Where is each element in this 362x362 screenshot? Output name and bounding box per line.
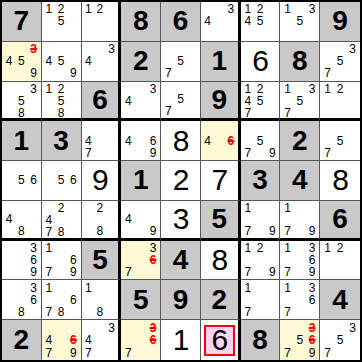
candidate-5: 5 [254, 95, 266, 107]
candidate-7: 7 [43, 306, 55, 318]
candidate-5: 5 [294, 15, 306, 27]
cell-r8c4[interactable]: 5 [121, 280, 161, 320]
solved-digit: 8 [211, 245, 227, 275]
solved-digit: 6 [252, 46, 268, 76]
cell-r7c5[interactable]: 4 [161, 241, 201, 281]
candidate-1: 1 [321, 83, 334, 95]
candidate-8: 8 [94, 306, 106, 318]
candidate-9: 9 [28, 266, 40, 278]
candidate-9: 9 [67, 266, 79, 278]
cell-r5c8[interactable]: 4 [280, 161, 320, 201]
cell-r7c3[interactable]: 5 [82, 241, 122, 281]
candidate-2: 2 [334, 83, 347, 95]
cell-r5c1[interactable]: 56 [2, 161, 42, 201]
given-digit: 2 [14, 326, 30, 354]
pencil-marks: 4679 [42, 320, 81, 360]
cell-r9c9[interactable]: 357 [320, 320, 360, 360]
candidate-8: 8 [15, 107, 27, 119]
cell-r6c7[interactable]: 179 [241, 201, 281, 241]
cell-r4c2[interactable]: 3 [42, 121, 82, 161]
cell-r6c5[interactable]: 3 [161, 201, 201, 241]
candidate-1: 1 [43, 3, 55, 15]
candidate-1: 1 [83, 3, 95, 15]
cell-r4c5[interactable]: 8 [161, 121, 201, 161]
candidate-7: 7 [242, 147, 254, 159]
pencil-marks: 12 [320, 82, 360, 119]
cell-r3c6[interactable]: 9 [201, 82, 241, 122]
candidate-1: 1 [242, 242, 254, 254]
given-digit: 2 [292, 127, 308, 155]
solved-digit: 7 [211, 165, 227, 195]
cell-r8c3[interactable]: 18 [82, 280, 122, 320]
candidate-9: 9 [147, 147, 159, 159]
candidate-6: 6 [28, 294, 40, 306]
given-digit: 3 [53, 127, 69, 155]
cell-r8c8[interactable]: 1367 [280, 280, 320, 320]
candidate-8: 8 [55, 226, 67, 238]
cell-r6c4[interactable]: 49 [121, 201, 161, 241]
candidate-4: 4 [122, 213, 134, 225]
pencil-marks: 369 [2, 241, 41, 280]
candidate-2: 2 [334, 242, 347, 254]
pencil-marks: 357 [320, 42, 360, 81]
cell-r7c1[interactable]: 369 [2, 241, 42, 281]
candidate-3: 3 [225, 3, 237, 15]
pencil-marks: 12 [320, 241, 360, 280]
solved-digit: 1 [173, 325, 189, 355]
cell-r5c7[interactable]: 3 [241, 161, 281, 201]
candidate-6: 6 [28, 174, 40, 186]
candidate-7: 7 [281, 225, 293, 237]
candidate-5: 5 [15, 95, 27, 107]
candidate-5: 5 [334, 135, 347, 147]
eliminated-candidate-6: 6 [147, 334, 159, 347]
cell-r2c8[interactable]: 8 [280, 42, 320, 82]
pencil-marks: 17 [241, 280, 280, 319]
candidate-5: 5 [174, 93, 186, 105]
cell-r9c8[interactable]: 35679 [280, 320, 320, 360]
given-digit: 2 [133, 47, 149, 75]
pencil-marks: 179 [280, 201, 319, 238]
given-digit: 6 [92, 86, 108, 114]
cell-r3c9[interactable]: 12 [320, 82, 360, 122]
solved-digit: 3 [173, 204, 189, 234]
cell-r8c6[interactable]: 2 [201, 280, 241, 320]
candidate-5: 5 [294, 334, 306, 347]
cell-r1c1[interactable]: 7 [2, 2, 42, 42]
pencil-marks: 57 [161, 42, 200, 81]
candidate-7: 7 [43, 226, 55, 238]
candidate-3: 3 [106, 43, 118, 55]
candidate-8: 8 [94, 225, 106, 237]
cell-r4c1[interactable]: 1 [2, 121, 42, 161]
candidate-5: 5 [294, 95, 306, 107]
given-digit: 6 [332, 205, 348, 233]
cell-r7c2[interactable]: 1679 [42, 241, 82, 281]
given-digit: 8 [292, 47, 308, 75]
candidate-9: 9 [306, 225, 318, 237]
cell-r1c4[interactable]: 8 [121, 2, 161, 42]
cell-r8c1[interactable]: 368 [2, 280, 42, 320]
candidate-8: 8 [55, 306, 67, 318]
candidate-1: 1 [43, 281, 55, 293]
candidate-8: 8 [55, 107, 67, 119]
candidate-3: 3 [306, 3, 318, 15]
candidate-7: 7 [83, 346, 95, 359]
candidate-9: 9 [266, 266, 278, 278]
pencil-marks: 56 [2, 161, 41, 200]
pencil-marks: 367 [121, 320, 160, 360]
cell-r8c7[interactable]: 17 [241, 280, 281, 320]
pencil-marks: 1679 [42, 241, 81, 280]
cell-r9c2[interactable]: 4679 [42, 320, 82, 360]
candidate-4: 4 [202, 135, 214, 147]
candidate-5: 5 [55, 174, 67, 186]
candidate-5: 5 [55, 95, 67, 107]
given-digit: 5 [92, 246, 108, 274]
candidate-1: 1 [242, 281, 254, 293]
pencil-marks: 12 [82, 2, 119, 41]
candidate-1: 1 [281, 3, 293, 15]
cell-r1c2[interactable]: 125 [42, 2, 82, 42]
solved-digit: 8 [173, 126, 189, 156]
cell-r9c5[interactable]: 1 [161, 320, 201, 360]
candidate-5: 5 [174, 55, 186, 67]
cell-r6c2[interactable]: 2478 [42, 201, 82, 241]
pencil-marks: 34 [201, 2, 238, 41]
cell-r1c9[interactable]: 9 [320, 2, 360, 42]
candidate-7: 7 [43, 266, 55, 278]
cell-r3c8[interactable]: 1357 [280, 82, 320, 122]
pencil-marks: 13679 [280, 241, 319, 280]
cell-r7c7[interactable]: 1279 [241, 241, 281, 281]
pencil-marks: 347 [82, 320, 119, 360]
candidate-6: 6 [67, 174, 79, 186]
candidate-1: 1 [242, 202, 254, 214]
cell-r8c9[interactable]: 4 [320, 280, 360, 320]
candidate-7: 7 [281, 266, 293, 278]
given-digit: 1 [14, 127, 30, 155]
candidate-7: 7 [83, 147, 95, 159]
sudoku-board: 7125128634124513593459459342571683573581… [0, 0, 362, 362]
candidate-7: 7 [162, 67, 174, 79]
candidate-7: 7 [281, 107, 293, 119]
candidate-4: 4 [43, 55, 55, 67]
given-digit: 1 [211, 47, 227, 75]
cell-r4c3[interactable]: 47 [82, 121, 122, 161]
given-digit: 3 [252, 166, 268, 194]
cell-r9c7[interactable]: 8 [241, 320, 281, 360]
candidate-3: 3 [306, 83, 318, 95]
eliminated-candidate-6: 6 [67, 334, 79, 347]
candidate-1: 1 [281, 242, 293, 254]
candidate-1: 1 [281, 83, 293, 95]
candidate-4: 4 [3, 213, 15, 225]
candidate-5: 5 [55, 15, 67, 27]
given-digit: 1 [133, 166, 149, 194]
candidate-5: 5 [334, 55, 347, 67]
candidate-8: 8 [15, 225, 27, 237]
pencil-marks: 46 [201, 121, 238, 160]
candidate-3: 3 [346, 43, 359, 55]
pencil-marks: 1367 [280, 280, 319, 319]
cell-r8c2[interactable]: 1678 [42, 280, 82, 320]
solved-digit: 2 [173, 165, 189, 195]
candidate-4: 4 [202, 15, 214, 27]
cell-r5c4[interactable]: 1 [121, 161, 161, 201]
cell-r7c4[interactable]: 367 [121, 241, 161, 281]
pencil-marks: 1279 [241, 241, 280, 280]
candidate-3: 3 [306, 281, 318, 293]
pencil-marks: 1245 [241, 2, 280, 41]
candidate-9: 9 [266, 147, 278, 159]
candidate-4: 4 [122, 135, 134, 147]
pencil-marks: 1678 [42, 280, 81, 319]
candidate-1: 1 [321, 242, 334, 254]
cell-r4c6[interactable]: 46 [201, 121, 241, 161]
pencil-marks: 56 [42, 161, 81, 200]
candidate-4: 4 [83, 135, 95, 147]
cell-r5c9[interactable]: 8 [320, 161, 360, 201]
candidate-9: 9 [306, 266, 318, 278]
given-digit: 9 [173, 286, 189, 314]
given-digit: 4 [173, 246, 189, 274]
pencil-marks: 135 [280, 2, 319, 41]
candidate-7: 7 [43, 346, 55, 359]
pencil-marks: 579 [241, 121, 280, 160]
given-digit: 7 [14, 7, 30, 35]
pencil-marks: 12457 [241, 82, 280, 119]
candidate-3: 3 [28, 281, 40, 293]
candidate-9: 9 [67, 67, 79, 79]
cell-r9c3[interactable]: 347 [82, 320, 122, 360]
candidate-7: 7 [281, 306, 293, 318]
candidate-6: 6 [147, 135, 159, 147]
given-digit: 8 [133, 7, 149, 35]
pencil-marks: 49 [121, 201, 160, 238]
given-digit: 8 [252, 326, 268, 354]
candidate-4: 4 [3, 55, 15, 67]
cell-r6c6[interactable]: 5 [201, 201, 241, 241]
candidate-5: 5 [254, 135, 266, 147]
solved-digit: 6 [211, 325, 227, 355]
selected-cell-box: 6 [204, 325, 235, 356]
cell-r9c6[interactable]: 6 [201, 320, 241, 360]
cell-r9c4[interactable]: 367 [121, 320, 161, 360]
candidate-7: 7 [242, 107, 254, 119]
pencil-marks: 469 [121, 121, 160, 160]
pencil-marks: 459 [42, 42, 81, 81]
candidate-1: 1 [43, 242, 55, 254]
cell-r1c5[interactable]: 6 [161, 2, 201, 42]
pencil-marks: 179 [241, 201, 280, 238]
candidate-5: 5 [334, 334, 347, 347]
cell-r6c3[interactable]: 28 [82, 201, 122, 241]
cell-r5c6[interactable]: 7 [201, 161, 241, 201]
eliminated-candidate-3: 3 [28, 43, 40, 55]
given-digit: 4 [292, 166, 308, 194]
candidate-9: 9 [306, 346, 318, 359]
pencil-marks: 47 [82, 121, 119, 160]
cell-r2c5[interactable]: 57 [161, 42, 201, 82]
candidate-2: 2 [254, 242, 266, 254]
cell-r7c6[interactable]: 8 [201, 241, 241, 281]
candidate-7: 7 [321, 147, 334, 159]
candidate-4: 4 [122, 95, 134, 107]
candidate-4: 4 [83, 334, 95, 347]
candidate-4: 4 [242, 95, 254, 107]
candidate-2: 2 [55, 83, 67, 95]
given-digit: 5 [133, 286, 149, 314]
candidate-1: 1 [281, 281, 293, 293]
given-digit: 5 [211, 205, 227, 233]
cell-r6c8[interactable]: 179 [280, 201, 320, 241]
candidate-2: 2 [254, 83, 266, 95]
given-digit: 4 [332, 286, 348, 314]
pencil-marks: 125 [42, 2, 81, 41]
candidate-1: 1 [281, 202, 293, 214]
eliminated-candidate-3: 3 [147, 321, 159, 334]
pencil-marks: 3459 [2, 42, 41, 81]
pencil-marks: 34 [82, 42, 119, 81]
cell-r5c2[interactable]: 56 [42, 161, 82, 201]
cell-r4c8[interactable]: 2 [280, 121, 320, 161]
cell-r4c4[interactable]: 469 [121, 121, 161, 161]
solved-digit: 9 [92, 165, 108, 195]
candidate-2: 2 [94, 3, 106, 15]
given-digit: 2 [211, 286, 227, 314]
candidate-6: 6 [306, 294, 318, 306]
pencil-marks: 357 [320, 320, 360, 360]
pencil-marks: 57 [320, 121, 360, 160]
given-digit: 6 [173, 7, 189, 35]
pencil-marks: 34 [121, 82, 160, 119]
candidate-9: 9 [147, 225, 159, 237]
candidate-1: 1 [242, 83, 254, 95]
cell-r7c8[interactable]: 13679 [280, 241, 320, 281]
cell-r3c4[interactable]: 34 [121, 82, 161, 122]
candidate-4: 4 [242, 15, 254, 27]
cell-r3c1[interactable]: 358 [2, 82, 42, 122]
cell-r8c5[interactable]: 9 [161, 280, 201, 320]
cell-r1c6[interactable]: 34 [201, 2, 241, 42]
cell-r6c1[interactable]: 48 [2, 201, 42, 241]
eliminated-candidate-6: 6 [225, 135, 237, 147]
eliminated-candidate-3: 3 [306, 321, 318, 334]
cell-r4c9[interactable]: 57 [320, 121, 360, 161]
candidate-2: 2 [55, 202, 67, 214]
eliminated-candidate-6: 6 [306, 334, 318, 347]
candidate-7: 7 [321, 346, 334, 359]
cell-r3c2[interactable]: 1258 [42, 82, 82, 122]
cell-r2c2[interactable]: 459 [42, 42, 82, 82]
candidate-4: 4 [43, 334, 55, 347]
pencil-marks: 18 [82, 280, 119, 319]
candidate-7: 7 [122, 266, 134, 278]
candidate-2: 2 [94, 202, 106, 214]
candidate-5: 5 [15, 174, 27, 186]
pencil-marks: 1258 [42, 82, 81, 119]
given-digit: 9 [332, 7, 348, 35]
candidate-5: 5 [254, 15, 266, 27]
cell-r2c6[interactable]: 1 [201, 42, 241, 82]
pencil-marks: 57 [161, 82, 200, 119]
pencil-marks: 1357 [280, 82, 319, 119]
cell-r3c7[interactable]: 12457 [241, 82, 281, 122]
pencil-marks: 35679 [280, 320, 319, 360]
given-digit: 9 [211, 86, 227, 114]
candidate-1: 1 [83, 281, 95, 293]
cell-r2c3[interactable]: 34 [82, 42, 122, 82]
candidate-6: 6 [67, 294, 79, 306]
candidate-3: 3 [28, 83, 40, 95]
candidate-3: 3 [106, 321, 118, 334]
cell-r3c5[interactable]: 57 [161, 82, 201, 122]
cell-r9c1[interactable]: 2 [2, 320, 42, 360]
pencil-marks: 368 [2, 280, 41, 319]
solved-digit: 8 [332, 165, 348, 195]
candidate-9: 9 [266, 225, 278, 237]
cell-r2c7[interactable]: 6 [241, 42, 281, 82]
cell-r5c5[interactable]: 2 [161, 161, 201, 201]
candidate-3: 3 [346, 321, 359, 334]
candidate-5: 5 [15, 55, 27, 67]
candidate-7: 7 [162, 105, 174, 117]
cell-r1c3[interactable]: 12 [82, 2, 122, 42]
candidate-7: 7 [281, 346, 293, 359]
candidate-3: 3 [147, 83, 159, 95]
candidate-8: 8 [15, 306, 27, 318]
candidate-5: 5 [55, 55, 67, 67]
pencil-marks: 358 [2, 82, 41, 119]
candidate-1: 1 [43, 83, 55, 95]
cell-r4c7[interactable]: 579 [241, 121, 281, 161]
eliminated-candidate-6: 6 [147, 254, 159, 266]
pencil-marks: 2478 [42, 201, 81, 238]
candidate-9: 9 [28, 67, 40, 79]
pencil-marks: 28 [82, 201, 119, 238]
candidate-7: 7 [242, 266, 254, 278]
candidate-7: 7 [242, 306, 254, 318]
candidate-4: 4 [83, 55, 95, 67]
cell-r1c7[interactable]: 1245 [241, 2, 281, 42]
pencil-marks: 367 [121, 241, 160, 280]
cell-r5c3[interactable]: 9 [82, 161, 122, 201]
candidate-7: 7 [242, 225, 254, 237]
cell-r2c1[interactable]: 3459 [2, 42, 42, 82]
pencil-marks: 48 [2, 201, 41, 238]
candidate-7: 7 [321, 67, 334, 79]
candidate-9: 9 [67, 346, 79, 359]
candidate-7: 7 [122, 346, 134, 359]
cell-r6c9[interactable]: 6 [320, 201, 360, 241]
cell-r7c9[interactable]: 12 [320, 241, 360, 281]
cell-r3c3[interactable]: 6 [82, 82, 122, 122]
cell-r2c4[interactable]: 2 [121, 42, 161, 82]
cell-r1c8[interactable]: 135 [280, 2, 320, 42]
cell-r2c9[interactable]: 357 [320, 42, 360, 82]
